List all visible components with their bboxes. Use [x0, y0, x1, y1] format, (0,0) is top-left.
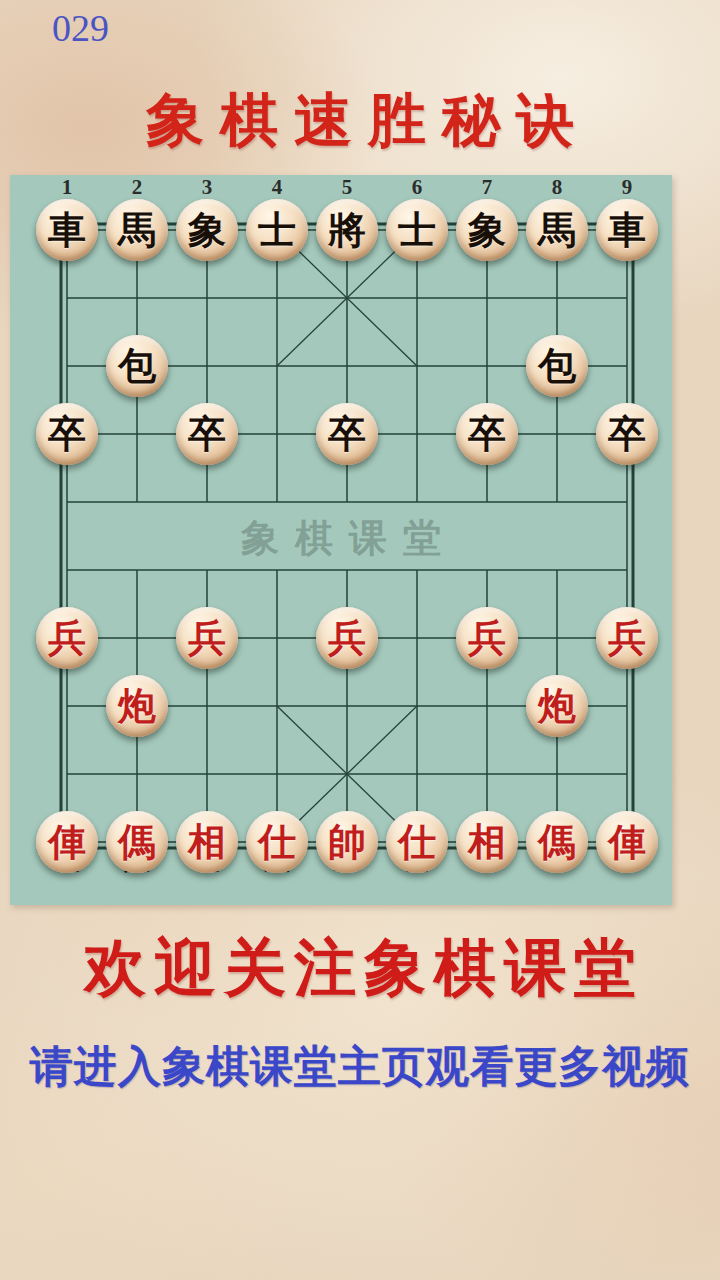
piece-glyph: 俥: [48, 823, 86, 861]
piece-glyph: 車: [48, 211, 86, 249]
file-label-top: 8: [552, 175, 563, 200]
file-label-top: 7: [482, 175, 493, 200]
piece-red-炮: 炮: [526, 675, 588, 737]
piece-glyph: 士: [398, 211, 436, 249]
piece-red-兵: 兵: [176, 607, 238, 669]
piece-red-兵: 兵: [36, 607, 98, 669]
piece-black-卒: 卒: [316, 403, 378, 465]
piece-glyph: 傌: [118, 823, 156, 861]
file-label-top: 9: [622, 175, 633, 200]
piece-red-相: 相: [456, 811, 518, 873]
piece-glyph: 帥: [328, 823, 366, 861]
xiangqi-board: 123456789 九八七六五四三二一 象棋课堂 車馬象士將士象馬車包包卒卒卒卒…: [10, 175, 672, 905]
footer-red-text: 欢迎关注象棋课堂: [0, 926, 720, 1010]
file-label-top: 1: [62, 175, 73, 200]
piece-black-卒: 卒: [456, 403, 518, 465]
piece-glyph: 象: [468, 211, 506, 249]
piece-black-包: 包: [526, 335, 588, 397]
piece-black-車: 車: [596, 199, 658, 261]
video-frame: 029 象棋速胜秘诀 123456789 九八七六五四三二一 象棋课堂 車馬象士…: [0, 0, 720, 1280]
piece-glyph: 象: [188, 211, 226, 249]
piece-red-俥: 俥: [596, 811, 658, 873]
piece-red-相: 相: [176, 811, 238, 873]
piece-black-卒: 卒: [596, 403, 658, 465]
piece-glyph: 卒: [328, 415, 366, 453]
piece-glyph: 炮: [118, 687, 156, 725]
page-title: 象棋速胜秘诀: [0, 82, 720, 160]
file-label-top: 5: [342, 175, 353, 200]
piece-black-馬: 馬: [526, 199, 588, 261]
piece-black-車: 車: [36, 199, 98, 261]
piece-black-卒: 卒: [36, 403, 98, 465]
piece-glyph: 馬: [118, 211, 156, 249]
file-label-top: 6: [412, 175, 423, 200]
piece-glyph: 兵: [468, 619, 506, 657]
piece-red-兵: 兵: [596, 607, 658, 669]
piece-glyph: 兵: [608, 619, 646, 657]
board-watermark: 象棋课堂: [10, 513, 672, 564]
piece-glyph: 兵: [328, 619, 366, 657]
piece-glyph: 卒: [188, 415, 226, 453]
piece-glyph: 車: [608, 211, 646, 249]
episode-number: 029: [52, 6, 109, 50]
piece-black-馬: 馬: [106, 199, 168, 261]
piece-black-包: 包: [106, 335, 168, 397]
piece-glyph: 俥: [608, 823, 646, 861]
piece-glyph: 卒: [608, 415, 646, 453]
piece-black-將: 將: [316, 199, 378, 261]
piece-glyph: 炮: [538, 687, 576, 725]
footer-blue-text: 请进入象棋课堂主页观看更多视频: [0, 1038, 720, 1096]
piece-glyph: 相: [468, 823, 506, 861]
piece-glyph: 相: [188, 823, 226, 861]
piece-glyph: 包: [538, 347, 576, 385]
file-label-top: 2: [132, 175, 143, 200]
piece-glyph: 傌: [538, 823, 576, 861]
piece-red-傌: 傌: [106, 811, 168, 873]
piece-glyph: 卒: [468, 415, 506, 453]
piece-red-仕: 仕: [246, 811, 308, 873]
piece-black-士: 士: [386, 199, 448, 261]
piece-red-傌: 傌: [526, 811, 588, 873]
piece-black-象: 象: [456, 199, 518, 261]
piece-glyph: 兵: [188, 619, 226, 657]
piece-glyph: 卒: [48, 415, 86, 453]
file-label-top: 3: [202, 175, 213, 200]
piece-black-士: 士: [246, 199, 308, 261]
piece-red-俥: 俥: [36, 811, 98, 873]
piece-black-象: 象: [176, 199, 238, 261]
piece-red-帥: 帥: [316, 811, 378, 873]
piece-red-兵: 兵: [316, 607, 378, 669]
file-label-top: 4: [272, 175, 283, 200]
piece-glyph: 將: [328, 211, 366, 249]
piece-glyph: 仕: [258, 823, 296, 861]
piece-red-兵: 兵: [456, 607, 518, 669]
piece-red-仕: 仕: [386, 811, 448, 873]
piece-black-卒: 卒: [176, 403, 238, 465]
piece-glyph: 馬: [538, 211, 576, 249]
piece-glyph: 包: [118, 347, 156, 385]
piece-red-炮: 炮: [106, 675, 168, 737]
piece-glyph: 士: [258, 211, 296, 249]
piece-glyph: 兵: [48, 619, 86, 657]
piece-glyph: 仕: [398, 823, 436, 861]
